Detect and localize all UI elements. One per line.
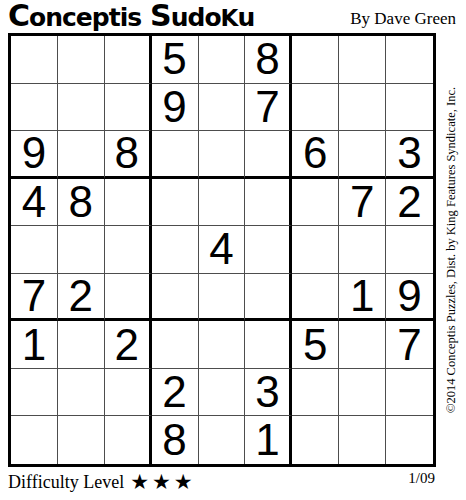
logo-text-udo: udo bbox=[171, 3, 221, 32]
logo-text-onceptis: onceptis bbox=[29, 3, 141, 32]
conceptis-sudoku-logo: ConceptisSudoKu bbox=[8, 1, 254, 36]
cell-r8c6-given: 3 bbox=[245, 369, 292, 417]
sudoku-grid: 5897986348724721912572381 bbox=[8, 33, 436, 467]
difficulty-stars: ★★★ bbox=[130, 470, 195, 494]
cell-r8c9-empty[interactable] bbox=[386, 369, 433, 417]
cell-r2c6-given: 7 bbox=[245, 84, 292, 132]
sudoku-page: ConceptisSudoKu By Dave Green 5897986348… bbox=[0, 0, 466, 500]
cell-r1c7-empty[interactable] bbox=[292, 36, 339, 84]
logo-letter-k: K bbox=[221, 5, 238, 31]
cell-r6c2-given: 2 bbox=[58, 274, 105, 322]
cell-r7c7-given: 5 bbox=[292, 321, 339, 369]
cell-r4c8-given: 7 bbox=[339, 179, 386, 227]
cell-r2c8-empty[interactable] bbox=[339, 84, 386, 132]
cell-r9c4-given: 8 bbox=[152, 416, 199, 464]
cell-r3c1-given: 9 bbox=[11, 131, 58, 179]
cell-r4c9-given: 2 bbox=[386, 179, 433, 227]
cell-r7c6-empty[interactable] bbox=[245, 321, 292, 369]
cell-r5c7-empty[interactable] bbox=[292, 226, 339, 274]
cell-r4c4-empty[interactable] bbox=[152, 179, 199, 227]
cell-r8c2-empty[interactable] bbox=[58, 369, 105, 417]
cell-r7c9-given: 7 bbox=[386, 321, 433, 369]
cell-r9c5-empty[interactable] bbox=[199, 416, 246, 464]
cell-r5c4-empty[interactable] bbox=[152, 226, 199, 274]
cell-r3c9-given: 3 bbox=[386, 131, 433, 179]
cell-r7c8-empty[interactable] bbox=[339, 321, 386, 369]
cell-r8c3-empty[interactable] bbox=[105, 369, 152, 417]
cell-r8c1-empty[interactable] bbox=[11, 369, 58, 417]
cell-r9c1-empty[interactable] bbox=[11, 416, 58, 464]
cell-r1c8-empty[interactable] bbox=[339, 36, 386, 84]
difficulty-label: Difficulty Level bbox=[8, 472, 124, 492]
cell-r1c9-empty[interactable] bbox=[386, 36, 433, 84]
cell-r2c3-empty[interactable] bbox=[105, 84, 152, 132]
logo-letter-s: S bbox=[150, 0, 171, 33]
cell-r4c7-empty[interactable] bbox=[292, 179, 339, 227]
cell-r5c2-empty[interactable] bbox=[58, 226, 105, 274]
cell-r9c9-empty[interactable] bbox=[386, 416, 433, 464]
cell-r5c3-empty[interactable] bbox=[105, 226, 152, 274]
cell-r5c8-empty[interactable] bbox=[339, 226, 386, 274]
cell-r3c4-empty[interactable] bbox=[152, 131, 199, 179]
cell-r3c6-empty[interactable] bbox=[245, 131, 292, 179]
cell-r1c3-empty[interactable] bbox=[105, 36, 152, 84]
cell-r3c7-given: 6 bbox=[292, 131, 339, 179]
cell-r4c2-given: 8 bbox=[58, 179, 105, 227]
cell-r6c6-empty[interactable] bbox=[245, 274, 292, 322]
cell-r2c7-empty[interactable] bbox=[292, 84, 339, 132]
cell-r1c5-empty[interactable] bbox=[199, 36, 246, 84]
cell-r3c2-empty[interactable] bbox=[58, 131, 105, 179]
cell-r7c3-given: 2 bbox=[105, 321, 152, 369]
cell-r6c7-empty[interactable] bbox=[292, 274, 339, 322]
byline: By Dave Green bbox=[350, 9, 456, 29]
cell-r1c2-empty[interactable] bbox=[58, 36, 105, 84]
cell-r1c4-given: 5 bbox=[152, 36, 199, 84]
cell-r5c1-empty[interactable] bbox=[11, 226, 58, 274]
cell-r8c8-empty[interactable] bbox=[339, 369, 386, 417]
cell-r4c5-empty[interactable] bbox=[199, 179, 246, 227]
cell-r2c2-empty[interactable] bbox=[58, 84, 105, 132]
cell-r9c8-empty[interactable] bbox=[339, 416, 386, 464]
cell-r7c2-empty[interactable] bbox=[58, 321, 105, 369]
cell-r4c3-empty[interactable] bbox=[105, 179, 152, 227]
cell-r5c6-empty[interactable] bbox=[245, 226, 292, 274]
difficulty-level: Difficulty Level★★★ bbox=[8, 469, 196, 493]
cell-r6c8-given: 1 bbox=[339, 274, 386, 322]
cell-r7c4-empty[interactable] bbox=[152, 321, 199, 369]
cell-r5c9-empty[interactable] bbox=[386, 226, 433, 274]
cell-r1c6-given: 8 bbox=[245, 36, 292, 84]
cell-r9c7-empty[interactable] bbox=[292, 416, 339, 464]
cell-r4c1-given: 4 bbox=[11, 179, 58, 227]
cell-r6c5-empty[interactable] bbox=[199, 274, 246, 322]
cell-r8c4-given: 2 bbox=[152, 369, 199, 417]
cell-r3c3-given: 8 bbox=[105, 131, 152, 179]
cell-r4c6-empty[interactable] bbox=[245, 179, 292, 227]
cell-r8c7-empty[interactable] bbox=[292, 369, 339, 417]
cell-r9c2-empty[interactable] bbox=[58, 416, 105, 464]
cell-r6c3-empty[interactable] bbox=[105, 274, 152, 322]
logo-letter-c: C bbox=[8, 0, 29, 33]
cell-r6c4-empty[interactable] bbox=[152, 274, 199, 322]
cell-r2c4-given: 9 bbox=[152, 84, 199, 132]
cell-r7c1-given: 1 bbox=[11, 321, 58, 369]
date: 1/09 bbox=[408, 470, 435, 487]
cell-r2c9-empty[interactable] bbox=[386, 84, 433, 132]
cell-r9c3-empty[interactable] bbox=[105, 416, 152, 464]
cell-r2c1-empty[interactable] bbox=[11, 84, 58, 132]
cell-r7c5-empty[interactable] bbox=[199, 321, 246, 369]
cell-r9c6-given: 1 bbox=[245, 416, 292, 464]
copyright-vertical: ©2014 Conceptis Puzzles, Dist. by King F… bbox=[444, 87, 459, 413]
cell-r2c5-empty[interactable] bbox=[199, 84, 246, 132]
cell-r8c5-empty[interactable] bbox=[199, 369, 246, 417]
logo-letter-u: u bbox=[237, 3, 254, 32]
cell-r6c1-given: 7 bbox=[11, 274, 58, 322]
cell-r6c9-given: 9 bbox=[386, 274, 433, 322]
cell-r3c5-empty[interactable] bbox=[199, 131, 246, 179]
cell-r1c1-empty[interactable] bbox=[11, 36, 58, 84]
cell-r3c8-empty[interactable] bbox=[339, 131, 386, 179]
cell-r5c5-given: 4 bbox=[199, 226, 246, 274]
